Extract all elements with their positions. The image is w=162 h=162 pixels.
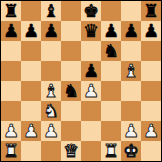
square-f6[interactable]: ♞ xyxy=(101,41,121,61)
square-d7[interactable] xyxy=(61,21,81,41)
square-d1[interactable]: ♛ xyxy=(61,141,81,161)
white-queen-icon[interactable]: ♛ xyxy=(63,142,79,160)
square-b2[interactable]: ♟ xyxy=(21,121,41,141)
black-pawn-icon[interactable]: ♟ xyxy=(103,22,119,40)
square-d2[interactable] xyxy=(61,121,81,141)
white-bishop-icon[interactable]: ♝ xyxy=(123,62,139,80)
square-f4[interactable] xyxy=(101,81,121,101)
square-e5[interactable]: ♟ xyxy=(81,61,101,81)
square-c7[interactable]: ♟ xyxy=(41,21,61,41)
square-e2[interactable] xyxy=(81,121,101,141)
white-rook-icon[interactable]: ♜ xyxy=(103,142,119,160)
square-h4[interactable] xyxy=(141,81,161,101)
square-b6[interactable] xyxy=(21,41,41,61)
square-e3[interactable] xyxy=(81,101,101,121)
square-h8[interactable]: ♜ xyxy=(141,1,161,21)
square-c4[interactable]: ♝ xyxy=(41,81,61,101)
white-bishop-icon[interactable]: ♝ xyxy=(43,82,59,100)
black-king-icon[interactable]: ♚ xyxy=(83,2,99,20)
square-e8[interactable]: ♚ xyxy=(81,1,101,21)
square-b7[interactable]: ♟ xyxy=(21,21,41,41)
black-knight-icon[interactable]: ♞ xyxy=(103,42,119,60)
square-a2[interactable]: ♟ xyxy=(1,121,21,141)
chess-board-frame: ♜♝♚♜♟♟♟♛♟♟♟♞♟♝♝♞♟♞♟♟♟♟♟♜♛♜♚ xyxy=(0,0,162,162)
white-king-icon[interactable]: ♚ xyxy=(123,142,139,160)
square-c6[interactable] xyxy=(41,41,61,61)
square-b3[interactable] xyxy=(21,101,41,121)
square-h7[interactable]: ♟ xyxy=(141,21,161,41)
black-pawn-icon[interactable]: ♟ xyxy=(83,62,99,80)
square-h5[interactable] xyxy=(141,61,161,81)
black-pawn-icon[interactable]: ♟ xyxy=(123,22,139,40)
black-pawn-icon[interactable]: ♟ xyxy=(23,22,39,40)
square-h2[interactable]: ♟ xyxy=(141,121,161,141)
black-pawn-icon[interactable]: ♟ xyxy=(43,22,59,40)
square-h6[interactable] xyxy=(141,41,161,61)
square-b1[interactable] xyxy=(21,141,41,161)
square-f2[interactable] xyxy=(101,121,121,141)
square-c3[interactable]: ♞ xyxy=(41,101,61,121)
square-g5[interactable]: ♝ xyxy=(121,61,141,81)
chess-board: ♜♝♚♜♟♟♟♛♟♟♟♞♟♝♝♞♟♞♟♟♟♟♟♜♛♜♚ xyxy=(1,1,161,161)
square-f8[interactable] xyxy=(101,1,121,21)
white-pawn-icon[interactable]: ♟ xyxy=(83,82,99,100)
square-b5[interactable] xyxy=(21,61,41,81)
square-b8[interactable] xyxy=(21,1,41,21)
white-rook-icon[interactable]: ♜ xyxy=(3,142,19,160)
black-pawn-icon[interactable]: ♟ xyxy=(143,22,159,40)
square-e1[interactable] xyxy=(81,141,101,161)
square-g6[interactable] xyxy=(121,41,141,61)
square-d6[interactable] xyxy=(61,41,81,61)
square-g4[interactable] xyxy=(121,81,141,101)
black-rook-icon[interactable]: ♜ xyxy=(3,2,19,20)
square-a4[interactable] xyxy=(1,81,21,101)
square-g7[interactable]: ♟ xyxy=(121,21,141,41)
square-f7[interactable]: ♟ xyxy=(101,21,121,41)
square-c1[interactable] xyxy=(41,141,61,161)
black-rook-icon[interactable]: ♜ xyxy=(143,2,159,20)
square-h3[interactable] xyxy=(141,101,161,121)
square-d3[interactable] xyxy=(61,101,81,121)
square-a6[interactable] xyxy=(1,41,21,61)
square-f5[interactable] xyxy=(101,61,121,81)
square-a8[interactable]: ♜ xyxy=(1,1,21,21)
square-a5[interactable] xyxy=(1,61,21,81)
square-g1[interactable]: ♚ xyxy=(121,141,141,161)
square-f1[interactable]: ♜ xyxy=(101,141,121,161)
square-a3[interactable] xyxy=(1,101,21,121)
white-pawn-icon[interactable]: ♟ xyxy=(143,122,159,140)
black-queen-icon[interactable]: ♛ xyxy=(83,22,99,40)
square-h1[interactable] xyxy=(141,141,161,161)
white-pawn-icon[interactable]: ♟ xyxy=(3,122,19,140)
square-c8[interactable]: ♝ xyxy=(41,1,61,21)
white-pawn-icon[interactable]: ♟ xyxy=(123,122,139,140)
black-bishop-icon[interactable]: ♝ xyxy=(43,2,59,20)
black-pawn-icon[interactable]: ♟ xyxy=(3,22,19,40)
square-d4[interactable]: ♞ xyxy=(61,81,81,101)
white-pawn-icon[interactable]: ♟ xyxy=(23,122,39,140)
square-e4[interactable]: ♟ xyxy=(81,81,101,101)
square-g3[interactable] xyxy=(121,101,141,121)
square-d8[interactable] xyxy=(61,1,81,21)
black-knight-icon[interactable]: ♞ xyxy=(63,82,79,100)
square-e6[interactable] xyxy=(81,41,101,61)
square-c2[interactable]: ♟ xyxy=(41,121,61,141)
white-knight-icon[interactable]: ♞ xyxy=(43,102,59,120)
white-pawn-icon[interactable]: ♟ xyxy=(43,122,59,140)
square-a1[interactable]: ♜ xyxy=(1,141,21,161)
square-a7[interactable]: ♟ xyxy=(1,21,21,41)
square-g8[interactable] xyxy=(121,1,141,21)
square-f3[interactable] xyxy=(101,101,121,121)
square-c5[interactable] xyxy=(41,61,61,81)
square-e7[interactable]: ♛ xyxy=(81,21,101,41)
square-b4[interactable] xyxy=(21,81,41,101)
square-g2[interactable]: ♟ xyxy=(121,121,141,141)
square-d5[interactable] xyxy=(61,61,81,81)
